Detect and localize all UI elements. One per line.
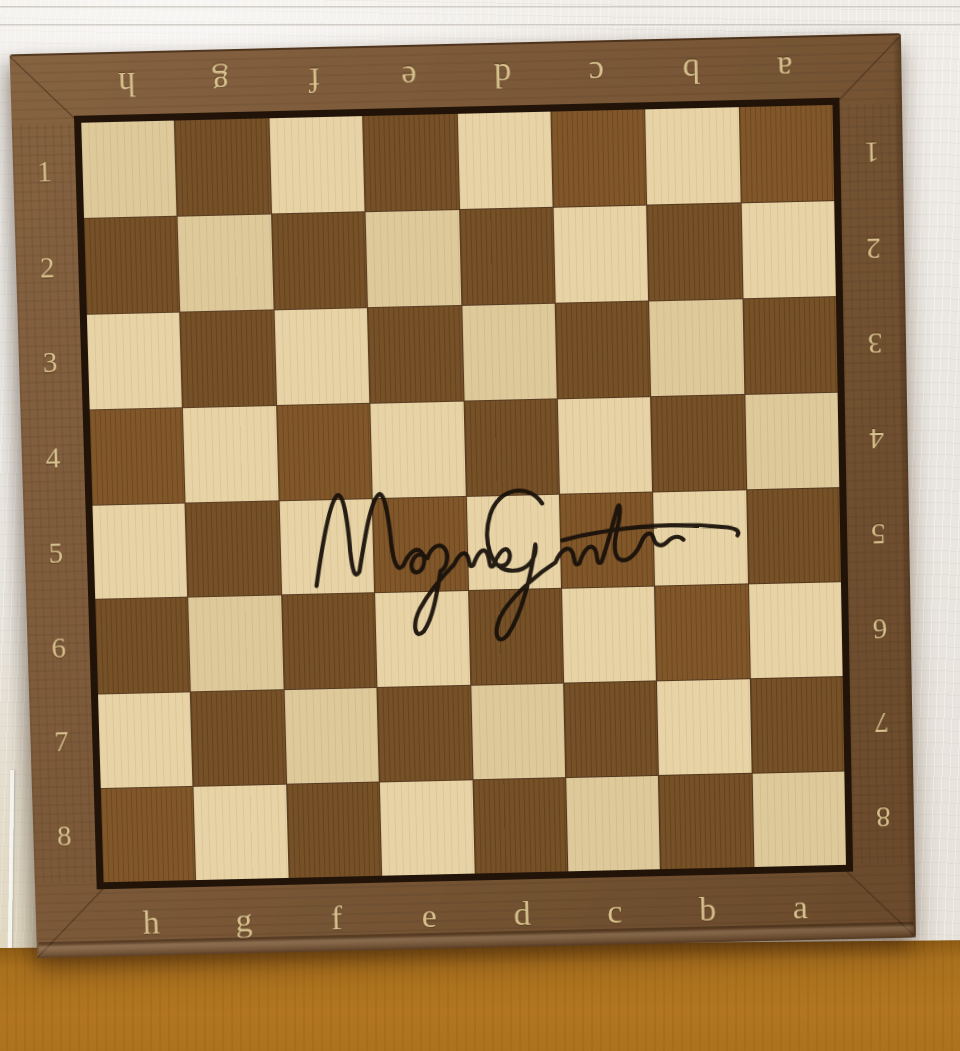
file-label-top-g: g [212, 64, 230, 99]
rank-label-left-4: 4 [45, 443, 60, 472]
file-label-top-c: c [589, 55, 605, 90]
square-f8 [287, 783, 381, 878]
square-b3 [649, 299, 744, 396]
file-label-bottom-e: e [421, 899, 437, 933]
rank-label-left-3: 3 [42, 348, 57, 378]
rank-label-left-2: 2 [40, 253, 55, 283]
square-d2 [460, 208, 555, 305]
rank-label-left-5: 5 [48, 538, 63, 567]
photo-scene: h g f e d c b a h g f e d c b a 1 2 3 4 … [0, 0, 960, 1051]
rank-label-right-4: 4 [869, 424, 884, 453]
square-h1 [81, 121, 177, 218]
square-f1 [269, 116, 364, 213]
square-g5 [186, 501, 281, 597]
file-label-top-a: a [777, 51, 793, 86]
rank-label-right-8: 8 [876, 802, 891, 831]
magnus-carlsen-signature [307, 477, 748, 650]
rank-label-right-6: 6 [872, 614, 887, 643]
file-label-bottom-a: a [793, 891, 809, 925]
square-b2 [647, 203, 742, 300]
square-a8 [752, 772, 846, 867]
square-d3 [462, 303, 557, 400]
square-d8 [473, 778, 567, 873]
file-label-bottom-b: b [699, 893, 717, 927]
file-label-bottom-g: g [235, 904, 253, 938]
square-f2 [272, 212, 367, 309]
rank-label-left-8: 8 [57, 822, 72, 851]
frame-miter-seam [830, 35, 902, 108]
square-e2 [366, 210, 461, 307]
frame-miter-seam [845, 868, 916, 939]
rank-label-left-7: 7 [54, 727, 69, 756]
frame-miter-seam [10, 55, 83, 128]
wall-plank-groove [0, 6, 960, 9]
square-a3 [743, 297, 837, 394]
square-e1 [363, 114, 458, 211]
square-d1 [457, 112, 552, 209]
square-b7 [657, 679, 751, 775]
square-c1 [551, 109, 646, 206]
square-a1 [739, 105, 834, 202]
file-label-bottom-c: c [607, 895, 623, 929]
square-h3 [87, 312, 182, 409]
square-g1 [175, 118, 271, 215]
frame-miter-seam [35, 887, 107, 958]
square-g3 [181, 310, 276, 407]
square-h2 [84, 217, 180, 314]
square-g4 [183, 406, 278, 502]
square-c3 [556, 301, 651, 398]
file-label-top-e: e [401, 60, 417, 95]
square-c2 [553, 205, 648, 302]
square-e7 [378, 686, 472, 782]
square-a7 [750, 677, 844, 773]
file-label-bottom-d: d [513, 897, 531, 931]
square-e8 [380, 780, 474, 875]
square-h6 [95, 598, 190, 694]
square-c8 [566, 776, 660, 871]
rank-label-right-3: 3 [867, 329, 882, 359]
square-a6 [749, 583, 843, 679]
square-g7 [191, 690, 286, 786]
table-surface [0, 940, 960, 1051]
square-h5 [92, 503, 187, 599]
square-h4 [90, 408, 185, 504]
file-label-top-d: d [494, 58, 512, 93]
square-h7 [98, 693, 193, 789]
square-e3 [368, 306, 463, 403]
square-f7 [284, 688, 379, 784]
square-a5 [747, 488, 841, 584]
square-d7 [471, 684, 565, 780]
rank-label-right-1: 1 [864, 137, 879, 167]
file-label-bottom-h: h [142, 906, 160, 940]
rank-label-left-1: 1 [37, 157, 52, 187]
square-b8 [659, 774, 753, 869]
square-b1 [645, 107, 740, 204]
file-label-bottom-f: f [330, 901, 342, 935]
rank-label-right-5: 5 [871, 519, 886, 548]
square-g2 [178, 214, 273, 311]
rank-label-right-7: 7 [874, 708, 889, 737]
square-h8 [101, 787, 196, 882]
rank-label-right-2: 2 [866, 233, 881, 263]
square-a2 [741, 201, 836, 298]
square-a4 [745, 392, 839, 488]
wall-corner-trim [8, 770, 15, 960]
chess-board: h g f e d c b a h g f e d c b a 1 2 3 4 … [10, 33, 916, 958]
file-label-top-h: h [118, 67, 136, 102]
rank-label-left-6: 6 [51, 633, 66, 662]
square-f3 [274, 308, 369, 405]
wall-plank-groove [0, 24, 960, 27]
square-g8 [194, 785, 289, 880]
file-label-top-b: b [682, 53, 700, 88]
square-g6 [189, 596, 284, 692]
file-label-top-f: f [309, 62, 321, 97]
square-c7 [564, 682, 658, 778]
